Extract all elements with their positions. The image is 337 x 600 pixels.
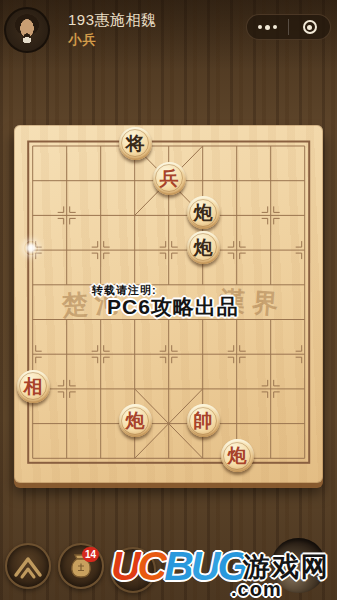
piece-glyph: 炮	[126, 411, 145, 430]
watermark-ucbug: UCBUG	[111, 543, 246, 590]
bag-button[interactable]: 14	[58, 543, 104, 589]
player-avatar	[4, 7, 50, 53]
watermark-letter: B	[164, 543, 191, 589]
xiangqi-piece-red-king[interactable]: 帥	[187, 404, 220, 437]
watermark-letter: U	[111, 543, 138, 589]
circle-dot-icon	[303, 20, 317, 34]
piece-glyph: 炮	[228, 446, 247, 465]
xiangqi-piece-red-cannon[interactable]: 炮	[119, 404, 152, 437]
collapse-button[interactable]	[5, 543, 51, 589]
xiangqi-piece-black-cannon[interactable]: 炮	[187, 231, 220, 264]
xiangqi-piece-black-general[interactable]: 将	[119, 127, 152, 160]
sparkle-effect-icon	[24, 241, 38, 255]
xiangqi-piece-red-soldier[interactable]: 兵	[153, 162, 186, 195]
app-screen: 193惠施相魏 小兵 楚河 漢界 将兵炮炮相炮帥炮 转载请注明: PC6攻略出品…	[0, 0, 337, 600]
xiangqi-piece-red-cannon[interactable]: 炮	[221, 439, 254, 472]
xiangqi-piece-red-elephant[interactable]: 相	[17, 370, 50, 403]
piece-glyph: 相	[24, 377, 43, 396]
piece-glyph: 炮	[194, 203, 213, 222]
miniprogram-capsule	[246, 14, 331, 40]
player-rank-label: 小兵	[68, 31, 97, 49]
watermark-source: PC6攻略出品	[107, 293, 239, 321]
level-title: 193惠施相魏	[68, 11, 157, 30]
watermark-letter: C	[138, 543, 165, 589]
xiangqi-piece-black-cannon[interactable]: 炮	[187, 196, 220, 229]
more-options-button[interactable]	[247, 25, 288, 30]
watermark-letter: U	[191, 543, 218, 589]
watermark-com: .com	[231, 578, 282, 600]
close-circle-button[interactable]	[289, 20, 330, 34]
bag-badge: 14	[82, 547, 99, 562]
piece-glyph: 兵	[160, 169, 179, 188]
chevron-up-icon	[11, 551, 45, 581]
piece-glyph: 炮	[194, 238, 213, 257]
piece-glyph: 帥	[194, 411, 213, 430]
piece-glyph: 将	[126, 134, 145, 153]
